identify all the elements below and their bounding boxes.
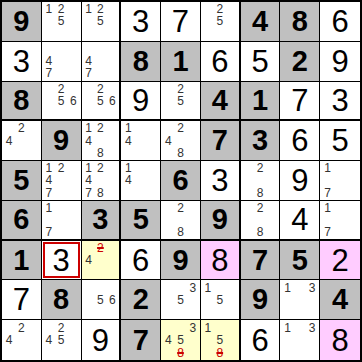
given-digit: 9 <box>172 246 188 275</box>
cell-r7c9[interactable]: 2 <box>320 241 360 281</box>
pencil-mark-1: 1 <box>43 202 55 214</box>
given-digit: 2 <box>292 47 308 76</box>
pencil-mark-1: 1 <box>43 3 55 15</box>
pencil-mark-2: 2 <box>15 321 27 334</box>
given-digit: 9 <box>212 205 228 234</box>
pencil-mark-5: 5 <box>214 15 226 27</box>
cell-r2c1[interactable]: 3 <box>2 42 42 82</box>
pencil-mark-8: 8 <box>94 187 106 199</box>
cell-r4c2[interactable]: 9 <box>42 121 82 161</box>
cell-r6c7[interactable]: 28 <box>241 201 281 241</box>
cell-r5c6[interactable]: 3 <box>201 161 241 201</box>
cell-r8c6[interactable]: 15 <box>201 280 241 320</box>
cell-r6c8[interactable]: 4 <box>280 201 320 241</box>
cell-r9c1[interactable]: 24 <box>2 320 42 360</box>
given-digit: 7 <box>133 326 149 355</box>
eliminated-mark-8: 8 <box>174 346 186 359</box>
solved-digit: 3 <box>13 46 30 77</box>
pencil-mark-7: 7 <box>43 187 55 199</box>
given-digit: 8 <box>53 285 69 314</box>
given-digit: 9 <box>252 285 268 314</box>
pencil-mark-5: 5 <box>174 294 186 306</box>
solved-digit: 4 <box>291 204 308 235</box>
given-digit: 9 <box>13 7 29 36</box>
pencil-mark-5: 5 <box>55 15 67 27</box>
pencil-mark-1: 1 <box>83 3 95 15</box>
solved-digit: 3 <box>53 245 70 276</box>
cell-r2c8[interactable]: 2 <box>280 42 320 82</box>
cell-r6c6[interactable]: 9 <box>201 201 241 241</box>
pencil-mark-5: 5 <box>94 294 106 306</box>
cell-r5c8[interactable]: 9 <box>280 161 320 201</box>
cell-r7c4[interactable]: 6 <box>121 241 161 281</box>
pencil-mark-7: 7 <box>321 226 334 238</box>
pencil-mark-2: 2 <box>94 162 106 174</box>
cell-r9c8[interactable]: 13 <box>280 320 320 360</box>
cell-r3c3[interactable]: 256 <box>82 82 122 122</box>
pencil-marks: 47 <box>83 43 119 80</box>
pencil-marks: 17 <box>321 162 359 199</box>
pencil-mark-2: 2 <box>254 162 266 174</box>
cell-r6c1[interactable]: 6 <box>2 201 42 241</box>
pencil-mark-4: 4 <box>122 174 134 186</box>
cell-r4c4[interactable]: 14 <box>121 121 161 161</box>
solved-digit: 9 <box>291 165 308 196</box>
pencil-mark-4: 4 <box>122 135 134 147</box>
pencil-mark-3: 3 <box>306 321 318 334</box>
pencil-marks: 25 <box>202 3 238 40</box>
pencil-marks: 3458 <box>162 321 199 359</box>
cell-r9c9[interactable]: 8 <box>320 320 360 360</box>
pencil-mark-4: 4 <box>3 334 15 347</box>
given-digit: 6 <box>13 205 29 234</box>
sudoku-board: 9125125372548634747816529825625692541732… <box>0 0 362 362</box>
given-digit: 5 <box>292 246 308 275</box>
pencil-mark-4: 4 <box>83 254 95 266</box>
pencil-mark-2: 2 <box>55 83 67 95</box>
given-digit: 2 <box>133 285 149 314</box>
cell-r1c6[interactable]: 25 <box>201 2 241 42</box>
pencil-mark-7: 7 <box>83 67 95 79</box>
pencil-marks: 15 <box>202 281 238 318</box>
cell-r7c5[interactable]: 9 <box>161 241 201 281</box>
pencil-mark-1: 1 <box>83 122 95 134</box>
cell-r2c7[interactable]: 5 <box>241 42 281 82</box>
cell-r8c8[interactable]: 13 <box>280 280 320 320</box>
pencil-marks: 13 <box>281 321 318 359</box>
cell-r9c2[interactable]: 245 <box>42 320 82 360</box>
given-digit: 1 <box>13 246 29 275</box>
pencil-marks: 125 <box>43 3 80 40</box>
given-digit: 4 <box>332 285 348 314</box>
pencil-mark-4: 4 <box>162 334 174 347</box>
given-digit: 7 <box>212 126 228 155</box>
given-digit: 1 <box>172 47 188 76</box>
solved-digit: 8 <box>211 245 228 276</box>
cell-r5c9[interactable]: 17 <box>320 161 360 201</box>
cell-r2c5[interactable]: 1 <box>161 42 201 82</box>
pencil-mark-1: 1 <box>321 162 334 174</box>
cell-r7c8[interactable]: 5 <box>280 241 320 281</box>
cell-r1c4[interactable]: 3 <box>121 2 161 42</box>
given-digit: 4 <box>252 7 268 36</box>
pencil-mark-8: 8 <box>254 226 266 238</box>
pencil-mark-8: 8 <box>174 226 186 238</box>
cell-r5c3[interactable]: 12478 <box>82 161 122 201</box>
pencil-marks: 13 <box>281 281 318 318</box>
cell-r3c9[interactable]: 3 <box>320 82 360 122</box>
given-digit: 1 <box>252 86 268 115</box>
given-digit: 8 <box>292 7 308 36</box>
cell-r8c1[interactable]: 7 <box>2 280 42 320</box>
cell-r8c3[interactable]: 56 <box>82 280 122 320</box>
given-digit: 5 <box>133 205 149 234</box>
pencil-mark-8: 8 <box>174 147 186 159</box>
cell-r5c7[interactable]: 28 <box>241 161 281 201</box>
cell-r2c6[interactable]: 6 <box>201 42 241 82</box>
eliminated-mark-2: 2 <box>94 242 106 254</box>
solved-digit: 6 <box>211 46 228 77</box>
pencil-mark-5: 5 <box>214 294 226 306</box>
cell-r8c7[interactable]: 9 <box>241 280 281 320</box>
pencil-mark-5: 5 <box>55 334 67 347</box>
cell-r6c3[interactable]: 3 <box>82 201 122 241</box>
pencil-mark-2: 2 <box>174 122 186 134</box>
pencil-marks: 125 <box>83 3 119 40</box>
pencil-mark-1: 1 <box>281 281 293 293</box>
solved-digit: 9 <box>92 325 109 356</box>
cell-r7c6[interactable]: 8 <box>201 241 241 281</box>
pencil-mark-6: 6 <box>67 95 79 107</box>
cell-r5c4[interactable]: 14 <box>121 161 161 201</box>
pencil-marks: 256 <box>43 83 80 119</box>
pencil-mark-3: 3 <box>187 321 199 334</box>
solved-digit: 6 <box>132 245 149 276</box>
cell-r2c3[interactable]: 47 <box>82 42 122 82</box>
pencil-mark-2: 2 <box>94 83 106 95</box>
pencil-mark-5: 5 <box>94 95 106 107</box>
pencil-marks: 256 <box>83 83 119 119</box>
solved-digit: 6 <box>331 6 348 37</box>
cell-r4c1[interactable]: 24 <box>2 121 42 161</box>
pencil-marks: 12478 <box>83 162 119 199</box>
cell-r8c2[interactable]: 8 <box>42 280 82 320</box>
given-digit: 8 <box>133 47 149 76</box>
cell-r4c8[interactable]: 6 <box>280 121 320 161</box>
given-digit: 8 <box>13 86 29 115</box>
cell-r7c1[interactable]: 1 <box>2 241 42 281</box>
solved-digit: 6 <box>251 325 268 356</box>
cell-r9c4[interactable]: 7 <box>121 320 161 360</box>
cell-r1c1[interactable]: 9 <box>2 2 42 42</box>
pencil-marks: 56 <box>83 281 119 318</box>
given-digit: 3 <box>92 205 108 234</box>
pencil-mark-4: 4 <box>43 334 55 347</box>
cell-r6c4[interactable]: 5 <box>121 201 161 241</box>
cell-r3c5[interactable]: 25 <box>161 82 201 122</box>
solved-digit: 9 <box>132 85 149 116</box>
solved-digit: 3 <box>331 85 348 116</box>
pencil-mark-1: 1 <box>321 202 334 214</box>
solved-digit: 7 <box>13 284 30 315</box>
cell-r1c7[interactable]: 4 <box>241 2 281 42</box>
cell-r7c3[interactable]: 24 <box>82 241 122 281</box>
pencil-marks: 24 <box>3 122 40 159</box>
pencil-marks: 25 <box>162 83 199 119</box>
pencil-mark-2: 2 <box>254 202 266 214</box>
cell-r3c4[interactable]: 9 <box>121 82 161 122</box>
pencil-marks: 35 <box>162 281 199 318</box>
cell-r4c3[interactable]: 1248 <box>82 121 122 161</box>
cell-r6c5[interactable]: 28 <box>161 201 201 241</box>
eliminated-mark-8: 8 <box>214 346 226 359</box>
pencil-marks: 28 <box>242 202 279 238</box>
pencil-marks: 28 <box>162 202 199 238</box>
cell-r6c2[interactable]: 17 <box>42 201 82 241</box>
given-digit: 7 <box>252 246 268 275</box>
cell-r3c7[interactable]: 1 <box>241 82 281 122</box>
cell-r2c9[interactable]: 9 <box>320 42 360 82</box>
pencil-mark-2: 2 <box>15 122 27 134</box>
pencil-marks: 17 <box>43 202 80 238</box>
pencil-mark-3: 3 <box>306 281 318 293</box>
cell-r9c5[interactable]: 3458 <box>161 320 201 360</box>
cell-r5c1[interactable]: 5 <box>2 161 42 201</box>
pencil-mark-4: 4 <box>3 135 15 147</box>
cell-r1c5[interactable]: 7 <box>161 2 201 42</box>
solved-digit: 3 <box>132 6 149 37</box>
cell-r4c7[interactable]: 3 <box>241 121 281 161</box>
pencil-mark-5: 5 <box>174 334 186 347</box>
solved-digit: 3 <box>211 165 228 196</box>
pencil-mark-5: 5 <box>174 95 186 107</box>
cell-r8c5[interactable]: 35 <box>161 280 201 320</box>
cell-r6c9[interactable]: 17 <box>320 201 360 241</box>
pencil-mark-2: 2 <box>174 202 186 214</box>
pencil-mark-2: 2 <box>174 83 186 95</box>
pencil-mark-8: 8 <box>94 147 106 159</box>
cell-r7c7[interactable]: 7 <box>241 241 281 281</box>
pencil-mark-1: 1 <box>281 321 293 334</box>
given-digit: 3 <box>252 126 268 155</box>
cell-r9c6[interactable]: 158 <box>201 320 241 360</box>
solved-digit: 2 <box>331 245 348 276</box>
cell-r9c7[interactable]: 6 <box>241 320 281 360</box>
cell-r1c2[interactable]: 125 <box>42 2 82 42</box>
given-digit: 6 <box>172 166 188 195</box>
pencil-mark-7: 7 <box>43 67 55 79</box>
pencil-mark-6: 6 <box>106 95 118 107</box>
pencil-marks: 158 <box>202 321 238 359</box>
solved-digit: 5 <box>251 46 268 77</box>
solved-digit: 7 <box>291 85 308 116</box>
cell-r3c1[interactable]: 8 <box>2 82 42 122</box>
pencil-mark-7: 7 <box>83 187 95 199</box>
cell-r1c8[interactable]: 8 <box>280 2 320 42</box>
pencil-marks: 24 <box>83 242 119 279</box>
solved-digit: 6 <box>291 125 308 156</box>
pencil-marks: 14 <box>122 122 159 159</box>
pencil-mark-3: 3 <box>187 281 199 293</box>
pencil-mark-2: 2 <box>94 122 106 134</box>
given-digit: 5 <box>13 166 29 195</box>
cell-r5c2[interactable]: 1247 <box>42 161 82 201</box>
pencil-marks: 1247 <box>43 162 80 199</box>
pencil-mark-7: 7 <box>321 187 334 199</box>
cell-r4c9[interactable]: 5 <box>320 121 360 161</box>
pencil-mark-5: 5 <box>94 15 106 27</box>
pencil-marks: 248 <box>162 122 199 159</box>
cell-r3c2[interactable]: 256 <box>42 82 82 122</box>
cell-r2c2[interactable]: 47 <box>42 42 82 82</box>
cell-r4c6[interactable]: 7 <box>201 121 241 161</box>
cell-r5c5[interactable]: 6 <box>161 161 201 201</box>
cell-r3c6[interactable]: 4 <box>201 82 241 122</box>
pencil-mark-1: 1 <box>122 122 134 134</box>
pencil-mark-4: 4 <box>83 135 95 147</box>
cell-r1c3[interactable]: 125 <box>82 2 122 42</box>
cell-r4c5[interactable]: 248 <box>161 121 201 161</box>
pencil-marks: 245 <box>43 321 80 359</box>
pencil-marks: 28 <box>242 162 279 199</box>
solved-digit: 5 <box>331 125 348 156</box>
given-digit: 9 <box>53 126 69 155</box>
pencil-marks: 17 <box>321 202 359 238</box>
pencil-mark-4: 4 <box>162 135 174 147</box>
pencil-mark-2: 2 <box>55 162 67 174</box>
pencil-mark-5: 5 <box>214 334 226 347</box>
cell-r9c3[interactable]: 9 <box>82 320 122 360</box>
cell-r2c4[interactable]: 8 <box>121 42 161 82</box>
pencil-marks: 47 <box>43 43 80 80</box>
pencil-mark-4: 4 <box>83 174 95 186</box>
pencil-marks: 14 <box>122 162 159 199</box>
solved-digit: 9 <box>331 46 348 77</box>
pencil-mark-4: 4 <box>43 174 55 186</box>
pencil-mark-8: 8 <box>254 187 266 199</box>
cell-r1c9[interactable]: 6 <box>320 2 360 42</box>
pencil-mark-1: 1 <box>202 281 214 293</box>
cell-r3c8[interactable]: 7 <box>280 82 320 122</box>
given-digit: 4 <box>212 86 228 115</box>
solved-digit: 8 <box>331 325 348 356</box>
pencil-mark-6: 6 <box>106 294 118 306</box>
pencil-marks: 24 <box>3 321 40 359</box>
solved-digit: 7 <box>172 6 189 37</box>
cell-r7c2[interactable]: 3 <box>42 241 82 281</box>
pencil-mark-7: 7 <box>43 226 55 238</box>
pencil-marks: 1248 <box>83 122 119 159</box>
pencil-mark-1: 1 <box>202 321 214 334</box>
pencil-mark-2: 2 <box>55 321 67 334</box>
cell-r8c9[interactable]: 4 <box>320 280 360 320</box>
cell-r8c4[interactable]: 2 <box>121 280 161 320</box>
pencil-mark-5: 5 <box>55 95 67 107</box>
